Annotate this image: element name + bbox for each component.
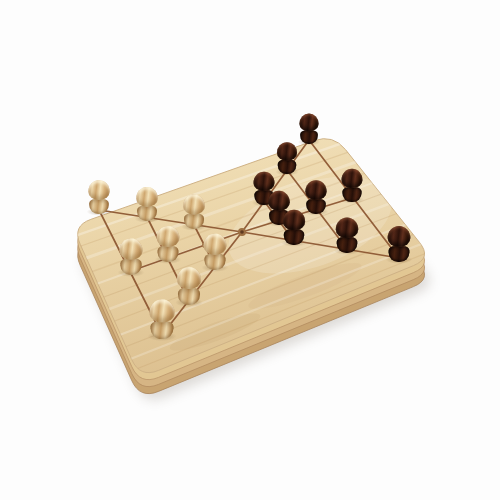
pegs-layer [0,0,500,500]
peg-body [278,160,296,174]
peg-light-L-m2[interactable] [155,226,182,262]
peg-light-L-b2[interactable] [175,267,203,305]
peg-body [120,259,141,275]
peg-dark-R-b3[interactable] [386,226,413,262]
peg-body [284,229,304,245]
peg-dark-R-m2[interactable] [304,180,329,214]
peg-head [342,169,363,188]
peg-body [178,288,200,305]
peg-body [342,187,361,202]
peg-dark-R-b2[interactable] [334,217,360,253]
peg-body [158,246,179,262]
peg-head [88,180,109,200]
peg-body [306,199,326,214]
peg-head [183,195,205,215]
peg-head [305,180,326,200]
board-photo [0,0,500,500]
peg-body [337,237,358,253]
peg-body [300,130,318,144]
peg-head [119,238,142,259]
peg-body [89,199,109,214]
peg-head [283,210,305,230]
peg-head [299,114,318,132]
peg-head [136,187,158,207]
peg-dark-R-m3[interactable] [340,169,364,202]
peg-body [184,214,204,229]
peg-head [268,191,290,211]
peg-head [277,142,297,160]
peg-dark-R-a3[interactable] [298,114,320,144]
peg-head [204,234,227,255]
peg-light-L-a3[interactable] [87,180,112,214]
peg-head [336,217,358,238]
peg-head [388,226,411,247]
peg-body [204,254,225,270]
peg-body [137,206,157,221]
peg-dark-R-a2[interactable] [275,142,298,174]
peg-body [151,321,174,339]
peg-light-L-a2[interactable] [134,187,159,221]
peg-head [157,226,180,247]
peg-head [253,172,274,191]
peg-head [177,267,201,289]
peg-body [389,246,410,262]
peg-light-L-b1[interactable] [202,234,229,270]
peg-light-L-b3[interactable] [147,299,176,339]
peg-light-L-m3[interactable] [118,238,145,275]
peg-head [149,299,174,322]
peg-light-L-a1[interactable] [181,195,206,229]
peg-dark-R-b1[interactable] [281,210,307,245]
